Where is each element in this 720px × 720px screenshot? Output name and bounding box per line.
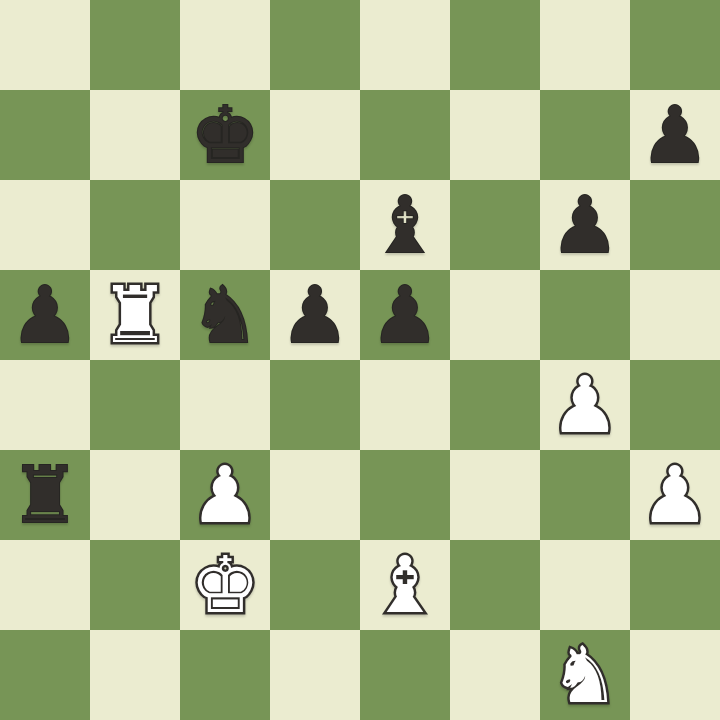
square-e6[interactable]: ♝ [360,180,450,270]
square-e4[interactable] [360,360,450,450]
piece-black-pawn[interactable]: ♟ [550,180,620,270]
square-h5[interactable] [630,270,720,360]
square-f7[interactable] [450,90,540,180]
square-c8[interactable] [180,0,270,90]
piece-white-king[interactable]: ♚ [190,540,260,630]
square-b3[interactable] [90,450,180,540]
square-c3[interactable]: ♟ [180,450,270,540]
chess-board: ♚♟♝♟♟♜♞♟♟♟♜♟♟♚♝♞ [0,0,720,720]
square-g7[interactable] [540,90,630,180]
piece-black-pawn[interactable]: ♟ [370,270,440,360]
piece-white-rook[interactable]: ♜ [100,270,170,360]
square-h4[interactable] [630,360,720,450]
square-c5[interactable]: ♞ [180,270,270,360]
square-d7[interactable] [270,90,360,180]
piece-black-pawn[interactable]: ♟ [640,90,710,180]
piece-black-bishop[interactable]: ♝ [370,180,440,270]
piece-black-knight[interactable]: ♞ [190,270,260,360]
piece-white-bishop[interactable]: ♝ [370,540,440,630]
square-h3[interactable]: ♟ [630,450,720,540]
square-h7[interactable]: ♟ [630,90,720,180]
piece-white-knight[interactable]: ♞ [550,630,620,720]
square-f6[interactable] [450,180,540,270]
square-g5[interactable] [540,270,630,360]
square-g1[interactable]: ♞ [540,630,630,720]
square-h1[interactable] [630,630,720,720]
square-d3[interactable] [270,450,360,540]
square-b4[interactable] [90,360,180,450]
square-d4[interactable] [270,360,360,450]
square-f2[interactable] [450,540,540,630]
piece-white-pawn[interactable]: ♟ [550,360,620,450]
piece-white-pawn[interactable]: ♟ [190,450,260,540]
square-e2[interactable]: ♝ [360,540,450,630]
square-b8[interactable] [90,0,180,90]
square-d1[interactable] [270,630,360,720]
square-e1[interactable] [360,630,450,720]
piece-black-king[interactable]: ♚ [190,90,260,180]
square-d2[interactable] [270,540,360,630]
square-a7[interactable] [0,90,90,180]
piece-black-pawn[interactable]: ♟ [10,270,80,360]
square-g6[interactable]: ♟ [540,180,630,270]
square-c4[interactable] [180,360,270,450]
square-a1[interactable] [0,630,90,720]
square-b5[interactable]: ♜ [90,270,180,360]
square-c2[interactable]: ♚ [180,540,270,630]
square-a4[interactable] [0,360,90,450]
square-b6[interactable] [90,180,180,270]
square-h6[interactable] [630,180,720,270]
square-d5[interactable]: ♟ [270,270,360,360]
square-b1[interactable] [90,630,180,720]
square-d6[interactable] [270,180,360,270]
square-f4[interactable] [450,360,540,450]
square-g8[interactable] [540,0,630,90]
piece-black-pawn[interactable]: ♟ [280,270,350,360]
square-c7[interactable]: ♚ [180,90,270,180]
square-a6[interactable] [0,180,90,270]
square-c6[interactable] [180,180,270,270]
square-g3[interactable] [540,450,630,540]
piece-white-pawn[interactable]: ♟ [640,450,710,540]
square-e3[interactable] [360,450,450,540]
square-f3[interactable] [450,450,540,540]
piece-black-rook[interactable]: ♜ [10,450,80,540]
square-a8[interactable] [0,0,90,90]
square-e5[interactable]: ♟ [360,270,450,360]
square-f8[interactable] [450,0,540,90]
square-g4[interactable]: ♟ [540,360,630,450]
square-d8[interactable] [270,0,360,90]
square-a3[interactable]: ♜ [0,450,90,540]
square-a2[interactable] [0,540,90,630]
square-e7[interactable] [360,90,450,180]
square-e8[interactable] [360,0,450,90]
square-c1[interactable] [180,630,270,720]
square-g2[interactable] [540,540,630,630]
square-a5[interactable]: ♟ [0,270,90,360]
square-b7[interactable] [90,90,180,180]
square-h8[interactable] [630,0,720,90]
square-f5[interactable] [450,270,540,360]
square-h2[interactable] [630,540,720,630]
square-f1[interactable] [450,630,540,720]
square-b2[interactable] [90,540,180,630]
